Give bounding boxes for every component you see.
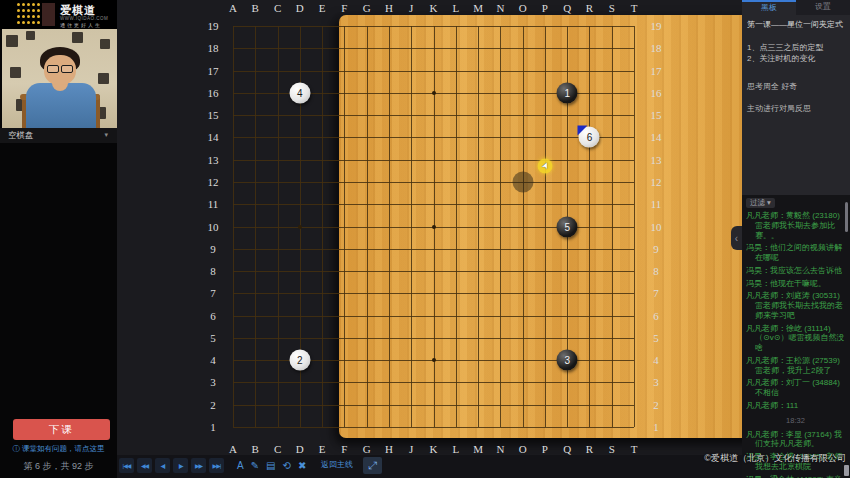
grid-line (233, 316, 634, 317)
glasses-icon (47, 65, 73, 73)
coord-label-bottom: P (542, 443, 548, 455)
chart-tool[interactable]: ▤ (266, 458, 275, 473)
chat-message: 凡凡老师：刘丁一 (34884) 不相信 (746, 378, 845, 398)
coord-label-bottom: R (586, 443, 593, 455)
first-move-button[interactable]: |◀◀ (119, 458, 134, 473)
delete-tool[interactable]: ✖ (298, 458, 306, 473)
coord-label-top: A (229, 2, 237, 14)
stone-black-5: 5 (557, 216, 578, 237)
teacher-pointer-icon: ➤ (537, 158, 552, 173)
coord-label-left: 15 (208, 109, 219, 121)
coord-label-top: O (519, 2, 527, 14)
coord-label-bottom: Q (563, 443, 571, 455)
coord-label-left: 8 (210, 265, 216, 277)
coord-label-top: S (609, 2, 615, 14)
lesson-point: 1、点三三之后的定型 (747, 42, 823, 53)
right-panel: 黑板 设置 第一课——星位一间夹定式 1、点三三之后的定型 2、关注时机的变化 … (742, 0, 850, 478)
annotation-tools: A✎▤⟲✖ (237, 458, 306, 473)
chevron-down-icon: ▾ (104, 131, 108, 139)
chat-message: 凡凡老师：徐屹 (31114) （⊙v⊙）嗯雷视频自然没啥 (746, 324, 845, 353)
collapse-panel-button[interactable]: ‹ (731, 226, 742, 250)
coord-label-bottom: L (452, 443, 459, 455)
next-move-button[interactable]: |▶ (173, 458, 188, 473)
coord-label-right: 1 (653, 421, 659, 433)
chat-scrollbar-thumb[interactable] (844, 465, 849, 476)
chat-message: 凡凡老师：刘庭涛 (30531) 雷老师我长期去找我的老师来学习吧 (746, 291, 845, 320)
lesson-note: 思考周全 好奇 (747, 81, 797, 92)
coord-label-left: 7 (210, 287, 216, 299)
grid-line (233, 271, 634, 272)
coord-label-top: H (385, 2, 393, 14)
chat-message: 凡凡老师：李显 (37164) 我们支持凡凡老师。 (746, 430, 845, 450)
playback-controls: |◀◀◀◀◀||▶▶▶▶▶| (119, 458, 224, 473)
ghost-stone (512, 171, 533, 192)
coord-label-top: F (341, 2, 347, 14)
coord-label-top: B (252, 2, 259, 14)
coord-label-bottom: J (409, 443, 413, 455)
coord-label-left: 14 (208, 131, 219, 143)
coord-label-top: L (452, 2, 459, 14)
lesson-notes: 第一课——星位一间夹定式 1、点三三之后的定型 2、关注时机的变化 思考周全 好… (742, 15, 850, 195)
brand-logo: 爱棋道 WWW.IQIDAO.COM 通往更好人生 (0, 0, 117, 29)
coord-label-top: T (631, 2, 638, 14)
return-mainline-button[interactable]: 返回主线 (321, 459, 353, 470)
coord-label-right: 2 (653, 399, 659, 411)
logo-dots-icon (17, 3, 42, 27)
chat-messages: 凡凡老师：黄毅然 (23180) 雷老师我长期去参加比赛。。冯昊：他们之间的视频… (746, 211, 845, 478)
grid-line (500, 26, 501, 427)
chat-filter-dropdown[interactable]: 过滤 ▾ (746, 198, 775, 208)
info-icon: ⓘ (12, 444, 20, 453)
grid-line (478, 26, 479, 427)
stone-black-3: 3 (557, 350, 578, 371)
coord-label-right: 14 (651, 131, 662, 143)
wall-poster (26, 31, 35, 40)
coord-label-top: D (296, 2, 304, 14)
wall-poster (72, 32, 83, 43)
coord-label-right: 11 (651, 198, 662, 210)
prev-move-button[interactable]: ◀| (155, 458, 170, 473)
coord-label-bottom: C (274, 443, 281, 455)
stone-white-4: 4 (289, 82, 310, 103)
coord-label-top: G (363, 2, 371, 14)
coord-label-bottom: S (609, 443, 615, 455)
brand-url: WWW.IQIDAO.COM (60, 16, 108, 21)
grid-line (233, 338, 634, 339)
coord-label-bottom: T (631, 443, 638, 455)
rotate-tool[interactable]: ⟲ (283, 458, 291, 473)
last-move-marker-icon (578, 126, 588, 136)
coord-label-bottom: N (496, 443, 504, 455)
chat-filter-label: 过滤 (750, 198, 765, 207)
grid-line (612, 26, 613, 427)
logo-block (42, 3, 55, 26)
chevron-left-icon: ‹ (735, 233, 738, 244)
grid-line (634, 26, 635, 427)
chat-message: 冯昊：他现在干嘛呢。 (746, 279, 845, 289)
coord-label-right: 7 (653, 287, 659, 299)
coord-label-bottom: H (385, 443, 393, 455)
coord-label-left: 12 (208, 176, 219, 188)
teacher-video[interactable] (2, 29, 117, 128)
coord-label-right: 9 (653, 243, 659, 255)
wall-poster (98, 73, 109, 84)
board-select-dropdown[interactable]: 空棋盘 ▾ (0, 128, 117, 143)
coord-label-left: 13 (208, 154, 219, 166)
app-window: 爱棋道 WWW.IQIDAO.COM 通往更好人生 空棋盘 ▾ 下课 (0, 0, 850, 478)
coord-label-left: 17 (208, 65, 219, 77)
coord-label-bottom: M (473, 443, 483, 455)
coord-label-right: 12 (651, 176, 662, 188)
chat-message: 凡凡老师：王松源 (27539) 雷老师，我升上2段了 (746, 356, 845, 376)
coord-label-left: 19 (208, 20, 219, 32)
coord-label-bottom: E (319, 443, 326, 455)
stone-white-6: 6 (579, 127, 600, 148)
help-link[interactable]: ⓘ 课堂如有问题，请点这里 (0, 444, 117, 454)
chevron-down-icon: ▾ (767, 198, 771, 207)
coord-label-right: 3 (653, 376, 659, 388)
fast-back-button[interactable]: ◀◀ (137, 458, 152, 473)
coord-label-left: 6 (210, 310, 216, 322)
fullscreen-button[interactable]: ⤢ (363, 457, 382, 474)
coord-label-right: 18 (651, 42, 662, 54)
stone-black-1: 1 (557, 82, 578, 103)
coord-label-right: 17 (651, 65, 662, 77)
help-link-label: 课堂如有问题，请点这里 (22, 444, 105, 453)
coord-label-right: 5 (653, 332, 659, 344)
coord-label-left: 1 (210, 421, 216, 433)
dismiss-class-button[interactable]: 下课 (13, 419, 110, 440)
coord-label-bottom: B (252, 443, 259, 455)
chat-timestamp: 18:32 (746, 416, 845, 425)
text-label-tool[interactable]: A (237, 458, 244, 473)
lesson-title: 第一课——星位一间夹定式 (747, 19, 846, 30)
wall-poster (6, 35, 18, 47)
coord-label-right: 16 (651, 87, 662, 99)
star-point (432, 358, 436, 362)
coord-label-right: 13 (651, 154, 662, 166)
grid-line (233, 382, 634, 383)
coord-label-bottom: K (430, 443, 438, 455)
chat-message: 冯昊：我应该怎么去告诉他 (746, 266, 845, 276)
grid-line (545, 26, 546, 427)
coord-label-left: 16 (208, 87, 219, 99)
coord-label-top: P (542, 2, 548, 14)
grid-line (233, 249, 634, 250)
coord-label-left: 11 (208, 198, 219, 210)
coord-label-bottom: A (229, 443, 237, 455)
wall-poster (100, 39, 110, 49)
grid-line (589, 26, 590, 427)
chat-message: 冯昊：梁金林 (44397) 声音有点小 (746, 475, 845, 478)
coord-label-top: N (496, 2, 504, 14)
coord-label-left: 4 (210, 354, 216, 366)
coord-label-left: 9 (210, 243, 216, 255)
chat-scrollbar-thumb[interactable] (845, 202, 848, 232)
coord-label-left: 18 (208, 42, 219, 54)
lesson-point: 2、关注时机的变化 (747, 53, 815, 64)
tab-settings[interactable]: 设置 (796, 0, 850, 15)
brand-slogan: 通往更好人生 (60, 22, 102, 28)
bottom-toolbar: |◀◀◀◀◀||▶▶▶▶▶| A✎▤⟲✖ 返回主线 ⤢ (117, 455, 742, 478)
grid-line (233, 427, 634, 428)
coord-label-top: Q (563, 2, 571, 14)
coord-label-left: 3 (210, 376, 216, 388)
coord-label-right: 10 (651, 221, 662, 233)
coord-label-bottom: D (296, 443, 304, 455)
grid-line (233, 293, 634, 294)
last-move-button[interactable]: ▶▶| (209, 458, 224, 473)
fullscreen-icon: ⤢ (368, 459, 377, 472)
chat-message: 凡凡老师：111 (746, 401, 845, 411)
grid-line (233, 405, 634, 406)
stone-white-2: 2 (289, 350, 310, 371)
coord-label-right: 15 (651, 109, 662, 121)
chat-message: 冯昊：他们之间的视频讲解在哪呢 (746, 243, 845, 263)
wall-poster (10, 67, 21, 78)
coord-label-bottom: G (363, 443, 371, 455)
coord-label-top: K (430, 2, 438, 14)
coord-label-bottom: O (519, 443, 527, 455)
coord-label-top: M (473, 2, 483, 14)
coord-label-top: C (274, 2, 281, 14)
coord-label-top: J (409, 2, 413, 14)
coord-label-top: R (586, 2, 593, 14)
board-select-label: 空棋盘 (8, 130, 34, 142)
chat-message: 凡凡老师：黄毅然 (23180) 雷老师我长期去参加比赛。。 (746, 211, 845, 240)
coord-label-right: 6 (653, 310, 659, 322)
lesson-note: 主动进行对局反思 (747, 103, 811, 114)
panel-tabs: 黑板 设置 (742, 0, 850, 15)
coord-label-left: 10 (208, 221, 219, 233)
coord-label-top: E (319, 2, 326, 14)
copyright-text: ©爱棋道（北京）文化传播有限公司 (704, 452, 846, 465)
star-point (432, 225, 436, 229)
coord-label-right: 8 (653, 265, 659, 277)
coord-label-right: 4 (653, 354, 659, 366)
left-sidebar: 爱棋道 WWW.IQIDAO.COM 通往更好人生 空棋盘 ▾ 下课 (0, 0, 117, 478)
grid-line (523, 26, 524, 427)
coord-label-bottom: F (341, 443, 347, 455)
chat-panel: 过滤 ▾ 凡凡老师：黄毅然 (23180) 雷老师我长期去参加比赛。。冯昊：他们… (742, 195, 850, 478)
star-point (298, 225, 302, 229)
star-point (432, 91, 436, 95)
tab-blackboard[interactable]: 黑板 (742, 0, 796, 15)
step-status: 第 6 步，共 92 步 (0, 460, 117, 473)
grid-line (456, 26, 457, 427)
pen-tool[interactable]: ✎ (251, 458, 259, 473)
coord-label-left: 2 (210, 399, 216, 411)
coord-label-left: 5 (210, 332, 216, 344)
fast-forward-button[interactable]: ▶▶ (191, 458, 206, 473)
coord-label-right: 19 (651, 20, 662, 32)
